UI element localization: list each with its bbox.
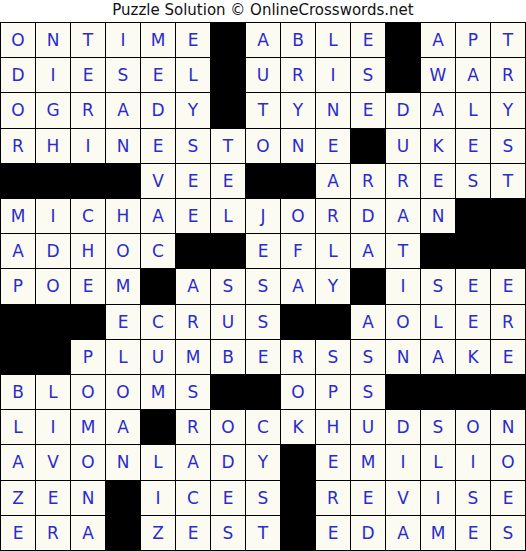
black-cell-r7c7 [211, 234, 245, 268]
black-cell-r11c15 [491, 375, 525, 409]
letter-cell-r15c8: T [246, 516, 280, 550]
letter-cell-r6c7: L [211, 199, 245, 233]
letter-cell-r11c3: O [71, 375, 105, 409]
letter-cell-r4c6: S [176, 129, 210, 163]
letter-cell-r10c8: E [246, 340, 280, 374]
letter-cell-r14c10: R [316, 481, 350, 515]
letter-cell-r10c10: S [316, 340, 350, 374]
letter-cell-r10c12: N [386, 340, 420, 374]
letter-cell-r13c11: M [351, 445, 385, 479]
letter-cell-r14c3: N [71, 481, 105, 515]
letter-cell-r4c15: S [491, 129, 525, 163]
black-cell-r15c9 [281, 516, 315, 550]
letter-cell-r10c4: L [106, 340, 140, 374]
black-cell-r12c5 [141, 410, 175, 444]
letter-cell-r12c3: M [71, 410, 105, 444]
letter-cell-r1c3: T [71, 23, 105, 57]
letter-cell-r1c15: T [491, 23, 525, 57]
letter-cell-r13c10: E [316, 445, 350, 479]
letter-cell-r7c2: D [36, 234, 70, 268]
black-cell-r5c1 [1, 164, 35, 198]
letter-cell-r13c8: Y [246, 445, 280, 479]
letter-cell-r4c5: E [141, 129, 175, 163]
black-cell-r7c6 [176, 234, 210, 268]
black-cell-r15c4 [106, 516, 140, 550]
letter-cell-r12c9: K [281, 410, 315, 444]
letter-cell-r15c2: R [36, 516, 70, 550]
black-cell-r13c9 [281, 445, 315, 479]
letter-cell-r10c3: P [71, 340, 105, 374]
letter-cell-r11c2: L [36, 375, 70, 409]
letter-cell-r1c14: P [456, 23, 490, 57]
letter-cell-r9c13: L [421, 305, 455, 339]
black-cell-r9c1 [1, 305, 35, 339]
crossword-grid: ONTIMEABLEAPTDIESELURISWAROGRADYTYNEDALY… [0, 22, 526, 551]
letter-cell-r9c5: C [141, 305, 175, 339]
letter-cell-r12c10: H [316, 410, 350, 444]
letter-cell-r9c8: S [246, 305, 280, 339]
letter-cell-r3c5: D [141, 93, 175, 127]
black-cell-r11c12 [386, 375, 420, 409]
letter-cell-r8c10: Y [316, 269, 350, 303]
letter-cell-r8c2: O [36, 269, 70, 303]
letter-cell-r2c15: R [491, 58, 525, 92]
letter-cell-r15c12: A [386, 516, 420, 550]
letter-cell-r5c12: R [386, 164, 420, 198]
letter-cell-r14c15: E [491, 481, 525, 515]
black-cell-r1c7 [211, 23, 245, 57]
letter-cell-r15c3: A [71, 516, 105, 550]
letter-cell-r6c3: C [71, 199, 105, 233]
letter-cell-r6c12: A [386, 199, 420, 233]
letter-cell-r13c3: O [71, 445, 105, 479]
letter-cell-r8c15: E [491, 269, 525, 303]
letter-cell-r15c13: M [421, 516, 455, 550]
letter-cell-r4c7: T [211, 129, 245, 163]
letter-cell-r14c12: V [386, 481, 420, 515]
black-cell-r6c15 [491, 199, 525, 233]
letter-cell-r3c14: L [456, 93, 490, 127]
letter-cell-r13c13: L [421, 445, 455, 479]
letter-cell-r8c9: A [281, 269, 315, 303]
letter-cell-r3c2: G [36, 93, 70, 127]
letter-cell-r5c13: E [421, 164, 455, 198]
letter-cell-r2c8: U [246, 58, 280, 92]
letter-cell-r13c15: O [491, 445, 525, 479]
letter-cell-r14c8: S [246, 481, 280, 515]
black-cell-r6c14 [456, 199, 490, 233]
letter-cell-r15c7: S [211, 516, 245, 550]
letter-cell-r14c5: I [141, 481, 175, 515]
letter-cell-r12c11: U [351, 410, 385, 444]
letter-cell-r6c11: D [351, 199, 385, 233]
letter-cell-r13c6: A [176, 445, 210, 479]
letter-cell-r15c1: E [1, 516, 35, 550]
letter-cell-r12c7: O [211, 410, 245, 444]
black-cell-r1c12 [386, 23, 420, 57]
letter-cell-r4c10: E [316, 129, 350, 163]
letter-cell-r4c3: I [71, 129, 105, 163]
letter-cell-r12c15: N [491, 410, 525, 444]
letter-cell-r1c5: M [141, 23, 175, 57]
letter-cell-r2c10: I [316, 58, 350, 92]
letter-cell-r10c7: B [211, 340, 245, 374]
letter-cell-r15c14: E [456, 516, 490, 550]
letter-cell-r11c10: P [316, 375, 350, 409]
black-cell-r8c11 [351, 269, 385, 303]
black-cell-r11c7 [211, 375, 245, 409]
letter-cell-r1c2: N [36, 23, 70, 57]
letter-cell-r6c4: H [106, 199, 140, 233]
letter-cell-r10c6: M [176, 340, 210, 374]
letter-cell-r6c6: E [176, 199, 210, 233]
letter-cell-r14c7: E [211, 481, 245, 515]
letter-cell-r8c4: M [106, 269, 140, 303]
letter-cell-r8c8: S [246, 269, 280, 303]
puzzle-solution-page: Puzzle Solution © OnlineCrosswords.net O… [0, 0, 526, 551]
letter-cell-r3c12: D [386, 93, 420, 127]
letter-cell-r14c13: I [421, 481, 455, 515]
black-cell-r10c2 [36, 340, 70, 374]
letter-cell-r12c12: D [386, 410, 420, 444]
letter-cell-r15c15: S [491, 516, 525, 550]
letter-cell-r10c14: K [456, 340, 490, 374]
letter-cell-r11c6: S [176, 375, 210, 409]
letter-cell-r3c9: Y [281, 93, 315, 127]
letter-cell-r14c1: Z [1, 481, 35, 515]
letter-cell-r2c2: I [36, 58, 70, 92]
letter-cell-r2c11: S [351, 58, 385, 92]
puzzle-title: Puzzle Solution © OnlineCrosswords.net [0, 0, 526, 22]
letter-cell-r12c8: C [246, 410, 280, 444]
letter-cell-r10c13: A [421, 340, 455, 374]
black-cell-r11c14 [456, 375, 490, 409]
letter-cell-r12c1: L [1, 410, 35, 444]
letter-cell-r14c14: S [456, 481, 490, 515]
letter-cell-r11c9: O [281, 375, 315, 409]
letter-cell-r10c5: U [141, 340, 175, 374]
letter-cell-r2c13: W [421, 58, 455, 92]
letter-cell-r13c7: D [211, 445, 245, 479]
letter-cell-r4c9: N [281, 129, 315, 163]
letter-cell-r7c10: L [316, 234, 350, 268]
letter-cell-r14c2: E [36, 481, 70, 515]
letter-cell-r2c3: E [71, 58, 105, 92]
black-cell-r5c4 [106, 164, 140, 198]
letter-cell-r8c14: E [456, 269, 490, 303]
letter-cell-r3c4: A [106, 93, 140, 127]
black-cell-r5c3 [71, 164, 105, 198]
black-cell-r7c14 [456, 234, 490, 268]
letter-cell-r14c6: C [176, 481, 210, 515]
letter-cell-r2c6: L [176, 58, 210, 92]
letter-cell-r12c13: S [421, 410, 455, 444]
letter-cell-r13c12: I [386, 445, 420, 479]
letter-cell-r1c6: E [176, 23, 210, 57]
letter-cell-r13c2: V [36, 445, 70, 479]
letter-cell-r7c3: H [71, 234, 105, 268]
letter-cell-r10c9: R [281, 340, 315, 374]
letter-cell-r5c11: R [351, 164, 385, 198]
letter-cell-r13c14: I [456, 445, 490, 479]
letter-cell-r9c4: E [106, 305, 140, 339]
letter-cell-r2c14: A [456, 58, 490, 92]
letter-cell-r7c1: A [1, 234, 35, 268]
letter-cell-r3c11: E [351, 93, 385, 127]
letter-cell-r5c7: E [211, 164, 245, 198]
letter-cell-r3c1: O [1, 93, 35, 127]
letter-cell-r5c6: E [176, 164, 210, 198]
black-cell-r7c13 [421, 234, 455, 268]
letter-cell-r4c12: U [386, 129, 420, 163]
letter-cell-r2c1: D [1, 58, 35, 92]
black-cell-r2c12 [386, 58, 420, 92]
letter-cell-r3c8: T [246, 93, 280, 127]
black-cell-r10c1 [1, 340, 35, 374]
letter-cell-r15c5: Z [141, 516, 175, 550]
letter-cell-r5c14: S [456, 164, 490, 198]
letter-cell-r5c15: T [491, 164, 525, 198]
letter-cell-r11c4: O [106, 375, 140, 409]
letter-cell-r11c5: M [141, 375, 175, 409]
letter-cell-r6c2: I [36, 199, 70, 233]
letter-cell-r9c6: R [176, 305, 210, 339]
black-cell-r5c8 [246, 164, 280, 198]
black-cell-r8c5 [141, 269, 175, 303]
letter-cell-r6c1: M [1, 199, 35, 233]
letter-cell-r2c9: R [281, 58, 315, 92]
letter-cell-r9c15: R [491, 305, 525, 339]
black-cell-r4c11 [351, 129, 385, 163]
letter-cell-r6c13: N [421, 199, 455, 233]
letter-cell-r1c8: A [246, 23, 280, 57]
letter-cell-r10c15: E [491, 340, 525, 374]
letter-cell-r10c11: S [351, 340, 385, 374]
letter-cell-r5c10: A [316, 164, 350, 198]
letter-cell-r15c10: E [316, 516, 350, 550]
letter-cell-r1c1: O [1, 23, 35, 57]
letter-cell-r12c2: I [36, 410, 70, 444]
letter-cell-r12c6: R [176, 410, 210, 444]
letter-cell-r2c5: E [141, 58, 175, 92]
letter-cell-r8c7: S [211, 269, 245, 303]
letter-cell-r7c9: F [281, 234, 315, 268]
black-cell-r11c13 [421, 375, 455, 409]
letter-cell-r9c11: A [351, 305, 385, 339]
letter-cell-r8c13: S [421, 269, 455, 303]
letter-cell-r11c1: B [1, 375, 35, 409]
black-cell-r5c2 [36, 164, 70, 198]
letter-cell-r8c6: A [176, 269, 210, 303]
letter-cell-r15c11: D [351, 516, 385, 550]
letter-cell-r7c8: E [246, 234, 280, 268]
letter-cell-r13c1: A [1, 445, 35, 479]
letter-cell-r12c14: O [456, 410, 490, 444]
letter-cell-r1c11: E [351, 23, 385, 57]
letter-cell-r9c14: E [456, 305, 490, 339]
letter-cell-r15c6: E [176, 516, 210, 550]
letter-cell-r3c3: R [71, 93, 105, 127]
letter-cell-r4c4: N [106, 129, 140, 163]
letter-cell-r3c15: Y [491, 93, 525, 127]
letter-cell-r7c12: T [386, 234, 420, 268]
black-cell-r7c15 [491, 234, 525, 268]
letter-cell-r3c10: N [316, 93, 350, 127]
letter-cell-r1c4: I [106, 23, 140, 57]
black-cell-r9c10 [316, 305, 350, 339]
letter-cell-r6c10: R [316, 199, 350, 233]
letter-cell-r7c4: O [106, 234, 140, 268]
letter-cell-r5c5: V [141, 164, 175, 198]
letter-cell-r7c5: C [141, 234, 175, 268]
black-cell-r3c7 [211, 93, 245, 127]
letter-cell-r8c12: I [386, 269, 420, 303]
letter-cell-r4c14: E [456, 129, 490, 163]
letter-cell-r9c7: U [211, 305, 245, 339]
black-cell-r9c9 [281, 305, 315, 339]
letter-cell-r3c6: Y [176, 93, 210, 127]
letter-cell-r4c1: R [1, 129, 35, 163]
black-cell-r9c3 [71, 305, 105, 339]
letter-cell-r1c13: A [421, 23, 455, 57]
letter-cell-r13c4: N [106, 445, 140, 479]
letter-cell-r6c8: J [246, 199, 280, 233]
letter-cell-r11c11: S [351, 375, 385, 409]
letter-cell-r4c8: O [246, 129, 280, 163]
letter-cell-r6c9: O [281, 199, 315, 233]
black-cell-r5c9 [281, 164, 315, 198]
letter-cell-r6c5: A [141, 199, 175, 233]
black-cell-r9c2 [36, 305, 70, 339]
letter-cell-r12c4: A [106, 410, 140, 444]
letter-cell-r4c13: K [421, 129, 455, 163]
letter-cell-r3c13: A [421, 93, 455, 127]
letter-cell-r1c9: B [281, 23, 315, 57]
black-cell-r14c9 [281, 481, 315, 515]
letter-cell-r8c1: P [1, 269, 35, 303]
letter-cell-r8c3: E [71, 269, 105, 303]
black-cell-r2c7 [211, 58, 245, 92]
black-cell-r14c4 [106, 481, 140, 515]
black-cell-r11c8 [246, 375, 280, 409]
letter-cell-r4c2: H [36, 129, 70, 163]
letter-cell-r13c5: L [141, 445, 175, 479]
letter-cell-r2c4: S [106, 58, 140, 92]
letter-cell-r14c11: E [351, 481, 385, 515]
letter-cell-r7c11: A [351, 234, 385, 268]
letter-cell-r1c10: L [316, 23, 350, 57]
letter-cell-r9c12: O [386, 305, 420, 339]
